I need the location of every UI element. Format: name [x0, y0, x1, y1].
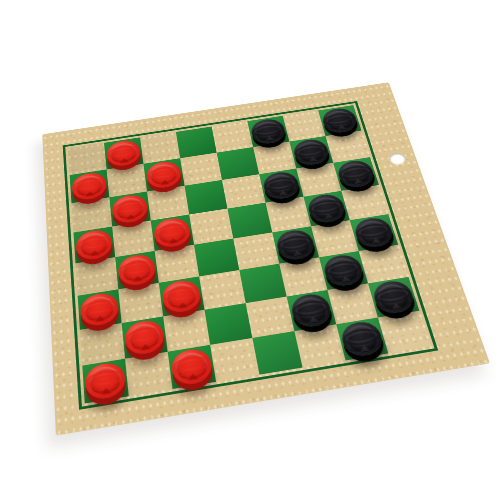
black-checker[interactable]: ⛂ [321, 253, 366, 288]
checker-notch [308, 156, 318, 162]
red-checker[interactable]: ⛂ [75, 228, 113, 262]
checkers-board: ⛂⛂⛂⛂⛂⛂⛂⛂⛂⛂⛂⛂⛂⛂⛂⛂⛂⛂⛂⛂⛂⛂⛂⛂ [42, 82, 490, 435]
board-playing-area: ⛂⛂⛂⛂⛂⛂⛂⛂⛂⛂⛂⛂⛂⛂⛂⛂⛂⛂⛂⛂⛂⛂⛂⛂ [63, 101, 439, 410]
checker-notch [371, 237, 381, 243]
checker-notch [324, 213, 334, 219]
black-checker[interactable]: ⛂ [291, 137, 331, 167]
checker-notch [265, 135, 274, 140]
checker-notch [340, 275, 351, 282]
black-checker[interactable]: ⛂ [335, 159, 377, 190]
square-r8c8[interactable] [378, 311, 431, 354]
checker-notch [85, 191, 94, 197]
hanging-hole [388, 152, 406, 165]
black-checker[interactable]: ⛂ [289, 292, 334, 329]
black-checker[interactable]: ⛂ [249, 117, 287, 145]
red-checker[interactable]: ⛂ [71, 171, 107, 202]
checker-notch [133, 275, 143, 282]
square-r8c4[interactable] [210, 338, 259, 382]
black-checker[interactable]: ⛂ [261, 170, 301, 201]
red-checker[interactable]: ⛂ [84, 361, 126, 402]
black-checker[interactable]: ⛂ [339, 319, 386, 358]
square-r8c2[interactable] [125, 352, 172, 396]
red-checker[interactable]: ⛂ [170, 347, 214, 387]
red-checker[interactable]: ⛂ [111, 193, 149, 225]
checker-notch [188, 373, 199, 381]
checker-notch [391, 302, 402, 309]
square-r8c1[interactable]: ⛂ [82, 359, 128, 404]
board-grid: ⛂⛂⛂⛂⛂⛂⛂⛂⛂⛂⛂⛂⛂⛂⛂⛂⛂⛂⛂⛂⛂⛂⛂⛂ [68, 105, 431, 403]
checker-notch [169, 237, 179, 243]
red-checker[interactable]: ⛂ [117, 253, 157, 288]
photo-background: ⛂⛂⛂⛂⛂⛂⛂⛂⛂⛂⛂⛂⛂⛂⛂⛂⛂⛂⛂⛂⛂⛂⛂⛂ [0, 0, 500, 500]
checker-notch [90, 250, 99, 256]
black-checker[interactable]: ⛂ [306, 192, 348, 224]
checker-notch [140, 343, 150, 350]
checker-notch [278, 190, 288, 196]
black-checker[interactable]: ⛂ [352, 216, 396, 250]
checker-notch [160, 179, 169, 185]
checker-notch [337, 124, 346, 129]
checker-notch [308, 316, 319, 323]
square-r8c3[interactable]: ⛂ [168, 345, 216, 389]
red-checker[interactable]: ⛂ [80, 291, 120, 328]
checker-notch [353, 178, 363, 184]
checker-notch [95, 315, 105, 322]
checker-notch [292, 250, 302, 256]
red-checker[interactable]: ⛂ [145, 160, 182, 190]
red-checker[interactable]: ⛂ [153, 216, 192, 249]
checker-notch [120, 157, 129, 163]
black-checker[interactable]: ⛂ [370, 279, 417, 316]
red-checker[interactable]: ⛂ [124, 318, 166, 356]
checker-notch [101, 387, 111, 395]
checker-notch [359, 344, 370, 351]
checker-notch [178, 301, 188, 308]
red-checker[interactable]: ⛂ [161, 278, 203, 314]
checker-notch [126, 213, 135, 219]
black-checker[interactable]: ⛂ [320, 107, 359, 135]
black-checker[interactable]: ⛂ [274, 228, 317, 262]
red-checker[interactable]: ⛂ [106, 139, 142, 168]
